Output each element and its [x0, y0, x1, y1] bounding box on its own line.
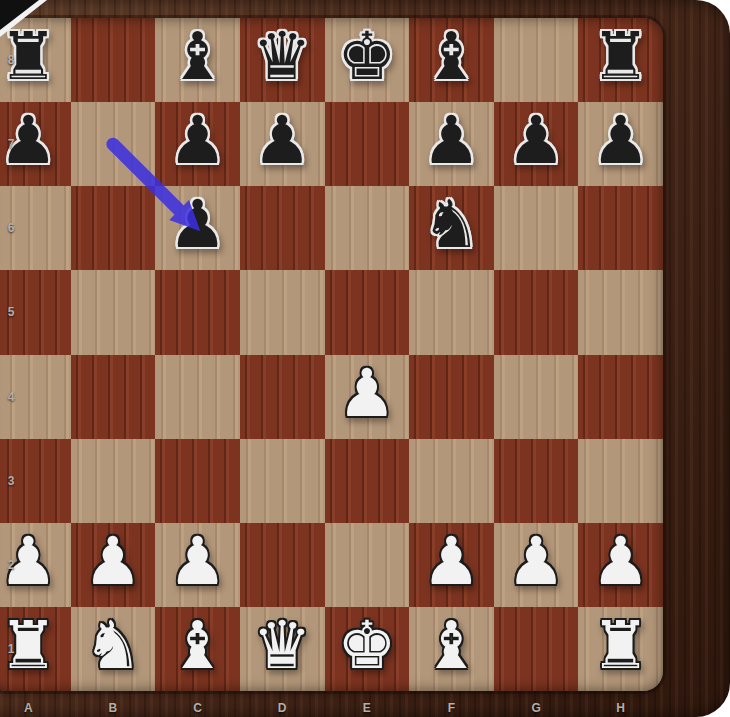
- square-h2[interactable]: ♟: [578, 523, 663, 607]
- square-c5[interactable]: [155, 270, 240, 354]
- square-e3[interactable]: [325, 439, 410, 523]
- square-f1[interactable]: ♝: [409, 607, 494, 691]
- square-g8[interactable]: [494, 18, 579, 102]
- rank-label-6: 6: [8, 221, 15, 235]
- black-pawn-c6[interactable]: ♟: [168, 192, 227, 258]
- square-d7[interactable]: ♟: [240, 102, 325, 186]
- square-b7[interactable]: [71, 102, 156, 186]
- rank-label-7: 7: [8, 137, 15, 151]
- square-c2[interactable]: ♟: [155, 523, 240, 607]
- file-label-h: H: [616, 701, 625, 715]
- black-bishop-c8[interactable]: ♝: [168, 24, 227, 90]
- rank-label-8: 8: [8, 53, 15, 67]
- white-bishop-c1[interactable]: ♝: [168, 613, 227, 679]
- square-e1[interactable]: ♚: [325, 607, 410, 691]
- black-bishop-f8[interactable]: ♝: [422, 24, 481, 90]
- white-queen-d1[interactable]: ♛: [253, 613, 312, 679]
- file-label-c: C: [193, 701, 202, 715]
- square-d6[interactable]: [240, 186, 325, 270]
- chess-app: ♜♝♛♚♝♜♟♟♟♟♟♟♟♞♟♟♟♟♟♟♟♜♞♝♛♚♝♜ 87654321ABC…: [0, 0, 730, 717]
- square-b2[interactable]: ♟: [71, 523, 156, 607]
- chess-board: ♜♝♛♚♝♜♟♟♟♟♟♟♟♞♟♟♟♟♟♟♟♜♞♝♛♚♝♜: [0, 18, 663, 691]
- square-c4[interactable]: [155, 355, 240, 439]
- rank-label-5: 5: [8, 305, 15, 319]
- square-h7[interactable]: ♟: [578, 102, 663, 186]
- square-e2[interactable]: [325, 523, 410, 607]
- white-rook-h1[interactable]: ♜: [591, 613, 650, 679]
- square-f5[interactable]: [409, 270, 494, 354]
- square-h5[interactable]: [578, 270, 663, 354]
- square-d1[interactable]: ♛: [240, 607, 325, 691]
- rank-label-3: 3: [8, 474, 15, 488]
- square-e7[interactable]: [325, 102, 410, 186]
- square-h6[interactable]: [578, 186, 663, 270]
- black-pawn-h7[interactable]: ♟: [591, 108, 650, 174]
- square-g4[interactable]: [494, 355, 579, 439]
- black-pawn-d7[interactable]: ♟: [253, 108, 312, 174]
- white-pawn-f2[interactable]: ♟: [422, 529, 481, 595]
- square-g2[interactable]: ♟: [494, 523, 579, 607]
- square-c3[interactable]: [155, 439, 240, 523]
- white-king-e1[interactable]: ♚: [337, 613, 396, 679]
- white-pawn-b2[interactable]: ♟: [83, 529, 142, 595]
- square-g6[interactable]: [494, 186, 579, 270]
- square-b3[interactable]: [71, 439, 156, 523]
- square-h1[interactable]: ♜: [578, 607, 663, 691]
- white-pawn-c2[interactable]: ♟: [168, 529, 227, 595]
- square-b1[interactable]: ♞: [71, 607, 156, 691]
- square-d3[interactable]: [240, 439, 325, 523]
- square-e6[interactable]: [325, 186, 410, 270]
- black-knight-f6[interactable]: ♞: [422, 192, 481, 258]
- square-e8[interactable]: ♚: [325, 18, 410, 102]
- black-queen-d8[interactable]: ♛: [253, 24, 312, 90]
- white-bishop-f1[interactable]: ♝: [422, 613, 481, 679]
- square-g3[interactable]: [494, 439, 579, 523]
- file-label-e: E: [363, 701, 371, 715]
- square-h4[interactable]: [578, 355, 663, 439]
- square-g5[interactable]: [494, 270, 579, 354]
- square-f7[interactable]: ♟: [409, 102, 494, 186]
- square-f6[interactable]: ♞: [409, 186, 494, 270]
- file-label-a: A: [24, 701, 33, 715]
- black-pawn-f7[interactable]: ♟: [422, 108, 481, 174]
- square-b6[interactable]: [71, 186, 156, 270]
- rank-label-2: 2: [8, 558, 15, 572]
- square-f4[interactable]: [409, 355, 494, 439]
- white-knight-b1[interactable]: ♞: [83, 613, 142, 679]
- square-d4[interactable]: [240, 355, 325, 439]
- square-e4[interactable]: ♟: [325, 355, 410, 439]
- black-king-e8[interactable]: ♚: [337, 24, 396, 90]
- file-label-g: G: [531, 701, 540, 715]
- square-c1[interactable]: ♝: [155, 607, 240, 691]
- rank-label-1: 1: [8, 642, 15, 656]
- square-d8[interactable]: ♛: [240, 18, 325, 102]
- black-rook-h8[interactable]: ♜: [591, 24, 650, 90]
- square-b5[interactable]: [71, 270, 156, 354]
- square-c8[interactable]: ♝: [155, 18, 240, 102]
- square-g7[interactable]: ♟: [494, 102, 579, 186]
- square-h3[interactable]: [578, 439, 663, 523]
- white-pawn-e4[interactable]: ♟: [337, 361, 396, 427]
- square-b8[interactable]: [71, 18, 156, 102]
- file-label-f: F: [448, 701, 455, 715]
- square-e5[interactable]: [325, 270, 410, 354]
- square-c6[interactable]: ♟: [155, 186, 240, 270]
- black-pawn-c7[interactable]: ♟: [168, 108, 227, 174]
- square-c7[interactable]: ♟: [155, 102, 240, 186]
- file-label-b: B: [109, 701, 118, 715]
- square-h8[interactable]: ♜: [578, 18, 663, 102]
- square-d5[interactable]: [240, 270, 325, 354]
- board-frame: ♜♝♛♚♝♜♟♟♟♟♟♟♟♞♟♟♟♟♟♟♟♜♞♝♛♚♝♜ 87654321ABC…: [0, 0, 730, 717]
- square-f3[interactable]: [409, 439, 494, 523]
- file-label-d: D: [278, 701, 287, 715]
- white-pawn-h2[interactable]: ♟: [591, 529, 650, 595]
- white-pawn-g2[interactable]: ♟: [506, 529, 565, 595]
- square-b4[interactable]: [71, 355, 156, 439]
- square-f8[interactable]: ♝: [409, 18, 494, 102]
- square-f2[interactable]: ♟: [409, 523, 494, 607]
- square-g1[interactable]: [494, 607, 579, 691]
- black-pawn-g7[interactable]: ♟: [506, 108, 565, 174]
- rank-label-4: 4: [8, 390, 15, 404]
- square-d2[interactable]: [240, 523, 325, 607]
